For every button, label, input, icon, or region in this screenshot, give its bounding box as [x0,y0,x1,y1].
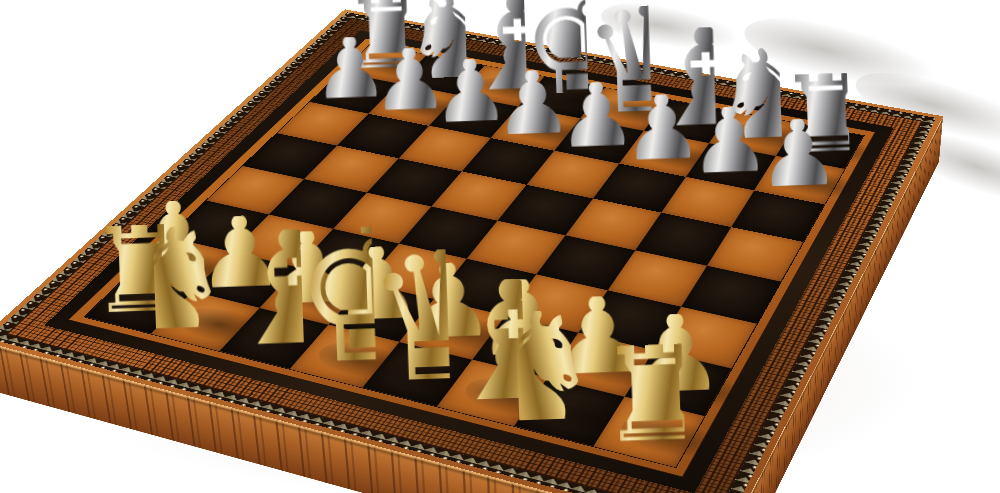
piece-white-rook-h1[interactable]: ♜ [595,343,685,445]
square-h1[interactable]: ♜ [594,397,705,467]
piece-black-pawn-f7[interactable]: ♟ [621,93,694,163]
piece-white-knight-g1[interactable]: ♞ [515,308,604,425]
scene: ♜♞♝♚♛♝♞♜♟♟♟♟♟♟♟♟♟♟♟♟♟♟♟♟♜♞♝♚♛♝♞♜ [0,0,1000,493]
piece-black-pawn-h7[interactable]: ♟ [756,118,831,190]
piece-black-pawn-c7[interactable]: ♟ [431,58,501,125]
piece-black-pawn-d7[interactable]: ♟ [493,69,564,137]
piece-black-pawn-b7[interactable]: ♟ [370,47,439,114]
chess-case: ♜♞♝♚♛♝♞♜♟♟♟♟♟♟♟♟♟♟♟♟♟♟♟♟♜♞♝♚♛♝♞♜ [0,9,943,493]
piece-black-pawn-e7[interactable]: ♟ [556,81,628,150]
piece-black-pawn-g7[interactable]: ♟ [688,105,762,176]
